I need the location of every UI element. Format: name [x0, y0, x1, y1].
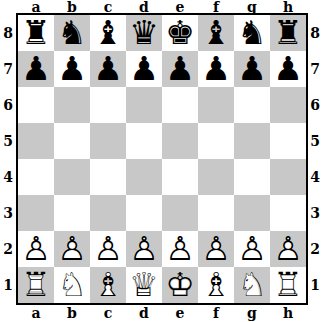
- square-c2[interactable]: ♟♙: [90, 231, 126, 267]
- square-d8[interactable]: ♛: [126, 15, 162, 51]
- file-label-g: g: [234, 0, 270, 14]
- square-a5[interactable]: [18, 123, 54, 159]
- square-b5[interactable]: [54, 123, 90, 159]
- square-h2[interactable]: ♟♙: [270, 231, 306, 267]
- rank-label-7: 7: [0, 51, 16, 87]
- square-a8[interactable]: ♜: [18, 15, 54, 51]
- square-b1[interactable]: ♞♘: [54, 267, 90, 303]
- file-label-f: f: [198, 0, 234, 14]
- square-f5[interactable]: [198, 123, 234, 159]
- rank-label-1: 1: [0, 267, 16, 303]
- black-knight: ♞: [54, 15, 90, 51]
- square-g4[interactable]: [234, 159, 270, 195]
- rank-label-5: 5: [308, 123, 322, 159]
- black-pawn: ♟: [162, 51, 198, 87]
- square-f1[interactable]: ♝♗: [198, 267, 234, 303]
- rank-label-4: 4: [308, 159, 322, 195]
- black-pawn: ♟: [90, 51, 126, 87]
- square-h8[interactable]: ♜: [270, 15, 306, 51]
- square-d5[interactable]: [126, 123, 162, 159]
- file-label-h: h: [270, 306, 306, 320]
- white-pawn: ♙: [54, 231, 90, 267]
- rank-label-8: 8: [0, 15, 16, 51]
- file-labels-bottom: abcdefgh: [16, 305, 308, 322]
- square-d2[interactable]: ♟♙: [126, 231, 162, 267]
- square-a6[interactable]: [18, 87, 54, 123]
- white-pawn: ♙: [198, 231, 234, 267]
- rank-label-8: 8: [308, 15, 322, 51]
- chess-board: ♜♞♝♛♚♝♞♜♟♟♟♟♟♟♟♟♟♙♟♙♟♙♟♙♟♙♟♙♟♙♟♙♜♖♞♘♝♗♛♕…: [16, 13, 308, 305]
- square-f3[interactable]: [198, 195, 234, 231]
- square-h5[interactable]: [270, 123, 306, 159]
- file-label-a: a: [18, 306, 54, 320]
- square-g2[interactable]: ♟♙: [234, 231, 270, 267]
- rank-labels-right: 87654321: [308, 13, 322, 305]
- rank-label-1: 1: [308, 267, 322, 303]
- black-pawn: ♟: [126, 51, 162, 87]
- square-g5[interactable]: [234, 123, 270, 159]
- black-king: ♚: [162, 15, 198, 51]
- black-rook: ♜: [18, 15, 54, 51]
- square-h3[interactable]: [270, 195, 306, 231]
- square-c1[interactable]: ♝♗: [90, 267, 126, 303]
- square-d1[interactable]: ♛♕: [126, 267, 162, 303]
- square-g6[interactable]: [234, 87, 270, 123]
- square-d6[interactable]: [126, 87, 162, 123]
- file-label-b: b: [54, 306, 90, 320]
- file-label-d: d: [126, 0, 162, 14]
- file-label-e: e: [162, 0, 198, 14]
- black-rook: ♜: [270, 15, 306, 51]
- black-pawn: ♟: [198, 51, 234, 87]
- white-rook: ♖: [18, 267, 54, 303]
- rank-label-6: 6: [308, 87, 322, 123]
- square-e3[interactable]: [162, 195, 198, 231]
- square-a7[interactable]: ♟: [18, 51, 54, 87]
- white-knight: ♘: [234, 267, 270, 303]
- file-label-h: h: [270, 0, 306, 14]
- file-label-f: f: [198, 306, 234, 320]
- square-f6[interactable]: [198, 87, 234, 123]
- black-queen: ♛: [126, 15, 162, 51]
- rank-label-2: 2: [0, 231, 16, 267]
- square-g7[interactable]: ♟: [234, 51, 270, 87]
- white-pawn: ♙: [18, 231, 54, 267]
- file-label-c: c: [90, 306, 126, 320]
- square-a2[interactable]: ♟♙: [18, 231, 54, 267]
- file-label-a: a: [18, 0, 54, 14]
- white-pawn: ♙: [270, 231, 306, 267]
- square-b8[interactable]: ♞: [54, 15, 90, 51]
- square-c8[interactable]: ♝: [90, 15, 126, 51]
- file-label-e: e: [162, 306, 198, 320]
- square-b2[interactable]: ♟♙: [54, 231, 90, 267]
- square-h6[interactable]: [270, 87, 306, 123]
- square-c3[interactable]: [90, 195, 126, 231]
- rank-label-3: 3: [0, 195, 16, 231]
- square-d4[interactable]: [126, 159, 162, 195]
- black-pawn: ♟: [270, 51, 306, 87]
- square-e4[interactable]: [162, 159, 198, 195]
- rank-label-2: 2: [308, 231, 322, 267]
- corner-bottom-left: [0, 305, 16, 322]
- black-bishop: ♝: [90, 15, 126, 51]
- white-pawn: ♙: [162, 231, 198, 267]
- white-queen: ♕: [126, 267, 162, 303]
- square-h1[interactable]: ♜♖: [270, 267, 306, 303]
- rank-label-5: 5: [0, 123, 16, 159]
- white-bishop: ♗: [198, 267, 234, 303]
- corner-top-right: [308, 0, 322, 13]
- rank-labels-left: 87654321: [0, 13, 16, 305]
- square-b7[interactable]: ♟: [54, 51, 90, 87]
- square-g8[interactable]: ♞: [234, 15, 270, 51]
- square-f2[interactable]: ♟♙: [198, 231, 234, 267]
- white-pawn: ♙: [90, 231, 126, 267]
- square-e1[interactable]: ♚♔: [162, 267, 198, 303]
- black-bishop: ♝: [198, 15, 234, 51]
- file-label-g: g: [234, 306, 270, 320]
- square-b6[interactable]: [54, 87, 90, 123]
- square-f7[interactable]: ♟: [198, 51, 234, 87]
- square-g3[interactable]: [234, 195, 270, 231]
- square-e6[interactable]: [162, 87, 198, 123]
- square-a4[interactable]: [18, 159, 54, 195]
- white-knight: ♘: [54, 267, 90, 303]
- file-label-c: c: [90, 0, 126, 14]
- white-pawn: ♙: [126, 231, 162, 267]
- square-b4[interactable]: [54, 159, 90, 195]
- file-label-b: b: [54, 0, 90, 14]
- square-e8[interactable]: ♚: [162, 15, 198, 51]
- square-c4[interactable]: [90, 159, 126, 195]
- white-rook: ♖: [270, 267, 306, 303]
- square-a1[interactable]: ♜♖: [18, 267, 54, 303]
- square-c7[interactable]: ♟: [90, 51, 126, 87]
- white-king: ♔: [162, 267, 198, 303]
- square-f4[interactable]: [198, 159, 234, 195]
- square-e5[interactable]: [162, 123, 198, 159]
- rank-label-3: 3: [308, 195, 322, 231]
- rank-label-4: 4: [0, 159, 16, 195]
- black-knight: ♞: [234, 15, 270, 51]
- white-pawn: ♙: [234, 231, 270, 267]
- black-pawn: ♟: [18, 51, 54, 87]
- white-bishop: ♗: [90, 267, 126, 303]
- square-e2[interactable]: ♟♙: [162, 231, 198, 267]
- square-c6[interactable]: [90, 87, 126, 123]
- black-pawn: ♟: [54, 51, 90, 87]
- rank-label-7: 7: [308, 51, 322, 87]
- corner-bottom-right: [308, 305, 322, 322]
- square-b3[interactable]: [54, 195, 90, 231]
- chess-diagram: abcdefgh 87654321 ♜♞♝♛♚♝♞♜♟♟♟♟♟♟♟♟♟♙♟♙♟♙…: [0, 0, 322, 322]
- square-h7[interactable]: ♟: [270, 51, 306, 87]
- file-label-d: d: [126, 306, 162, 320]
- square-e7[interactable]: ♟: [162, 51, 198, 87]
- file-labels-top: abcdefgh: [16, 0, 308, 13]
- square-d7[interactable]: ♟: [126, 51, 162, 87]
- square-d3[interactable]: [126, 195, 162, 231]
- square-h4[interactable]: [270, 159, 306, 195]
- square-g1[interactable]: ♞♘: [234, 267, 270, 303]
- square-f8[interactable]: ♝: [198, 15, 234, 51]
- corner-top-left: [0, 0, 16, 13]
- square-a3[interactable]: [18, 195, 54, 231]
- square-c5[interactable]: [90, 123, 126, 159]
- rank-label-6: 6: [0, 87, 16, 123]
- black-pawn: ♟: [234, 51, 270, 87]
